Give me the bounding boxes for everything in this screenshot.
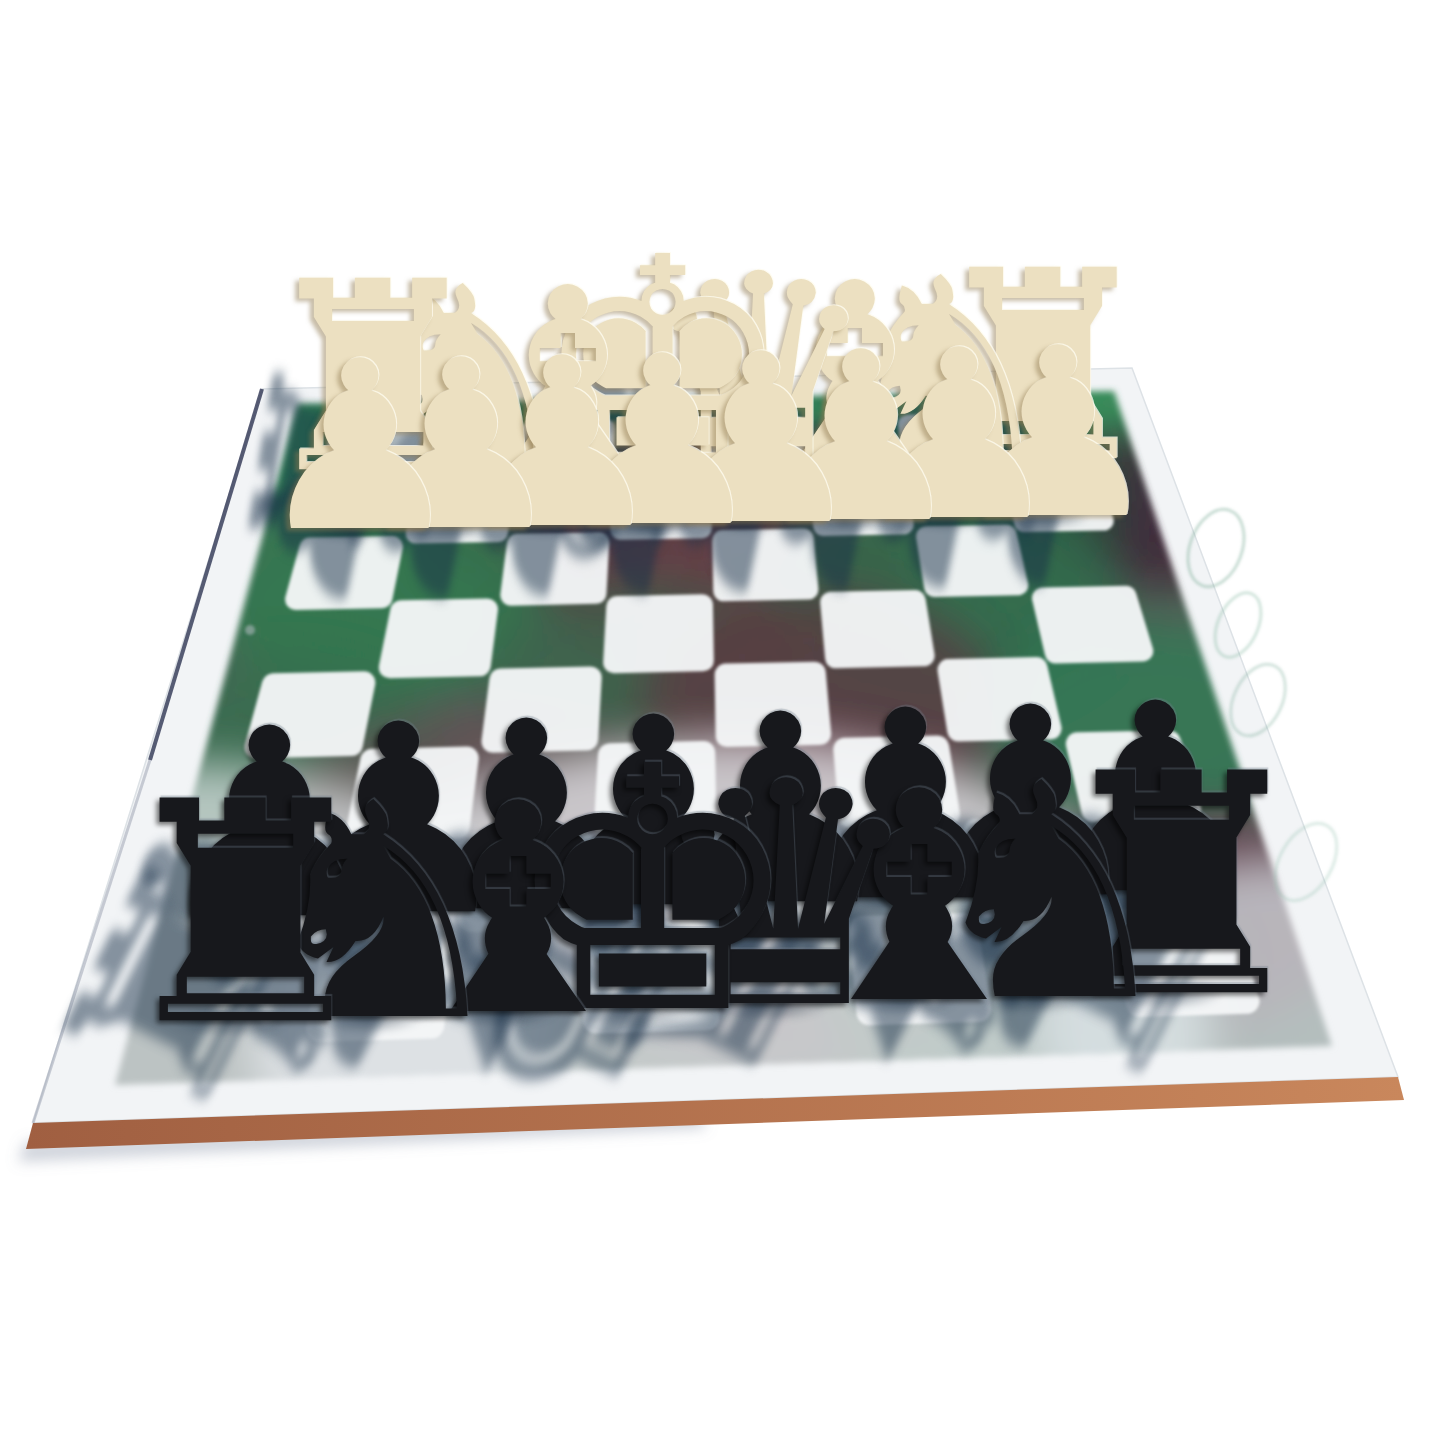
square-e4[interactable] — [614, 605, 703, 663]
square-a4[interactable] — [1042, 596, 1142, 653]
square-c4[interactable] — [831, 601, 924, 658]
square-g4[interactable] — [390, 609, 488, 667]
border-smudge — [245, 625, 255, 635]
chessboard-photo: ♜♞♝♛♚♝♞♜♟♟♟♟♟♟♟♟♟♟♟♟♟♟♟♟♜♞♝♛♚♝♞♜ ♜♞♝♛♚♝♞… — [0, 0, 1445, 1445]
